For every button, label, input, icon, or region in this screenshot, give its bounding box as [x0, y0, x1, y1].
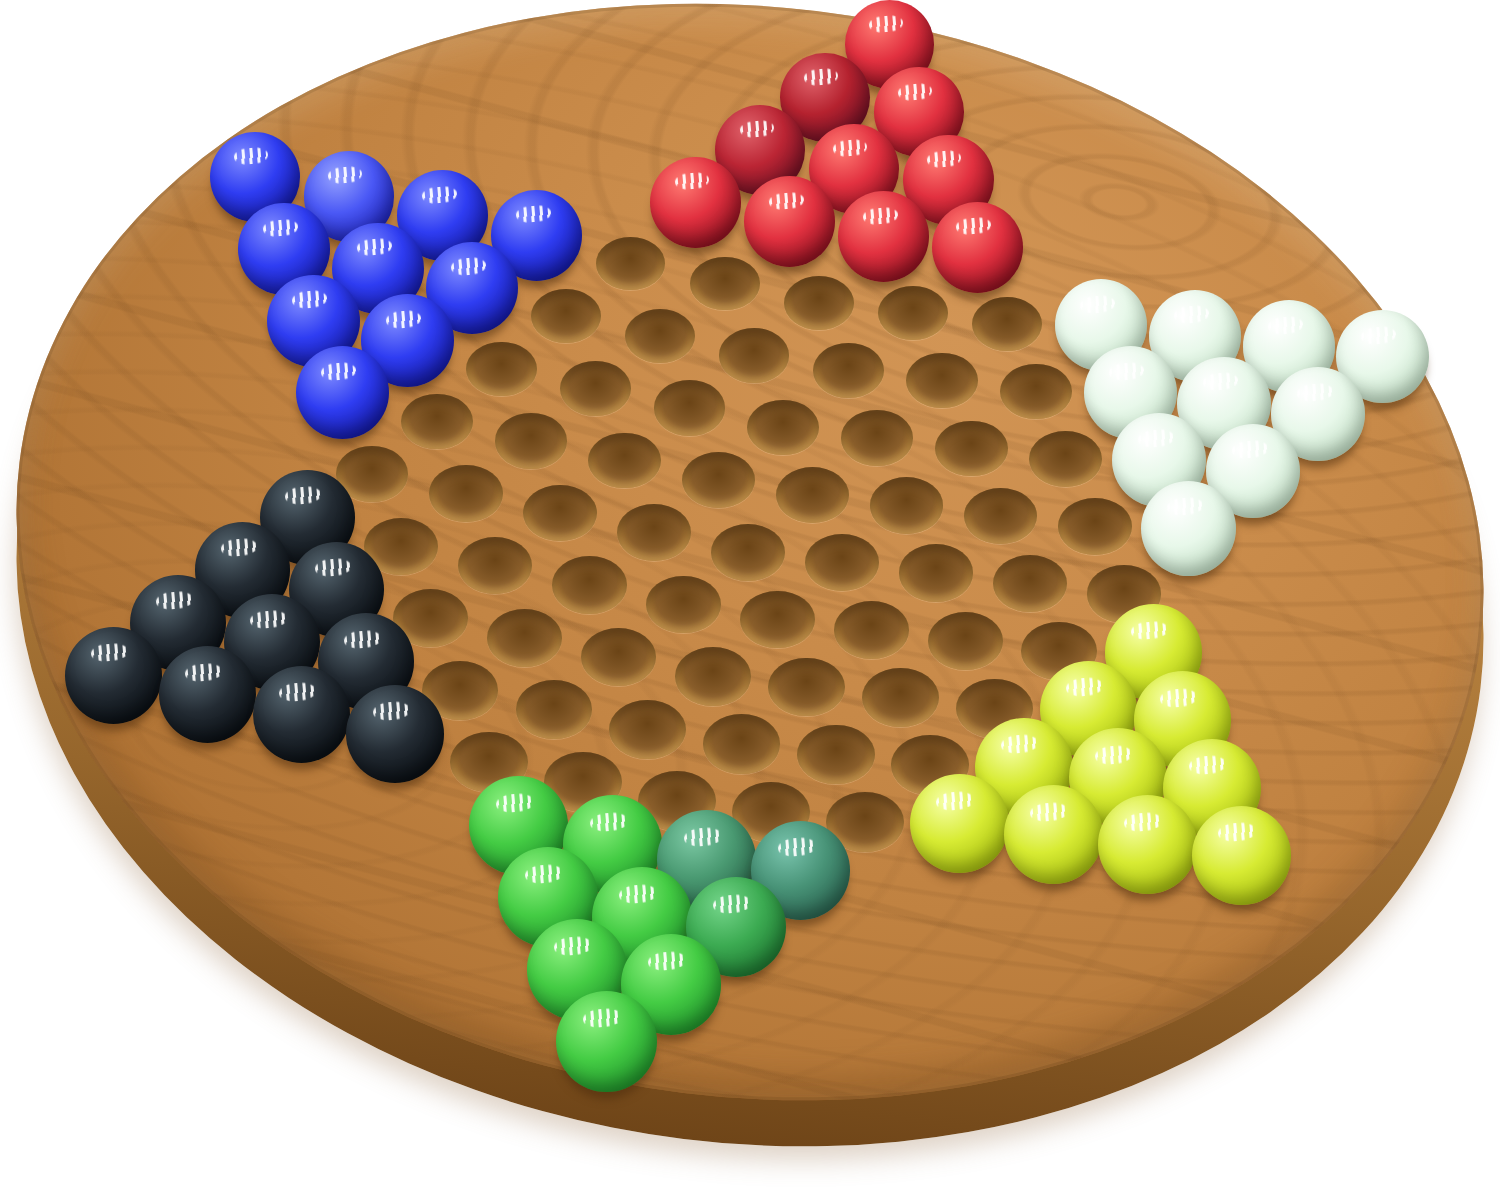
red-marble-r4-c1[interactable]	[650, 157, 741, 248]
yellow-marble-r13-c10[interactable]	[910, 774, 1009, 873]
green-marble-r17-c1[interactable]	[556, 991, 658, 1093]
red-marble-r4-c3[interactable]	[838, 191, 929, 282]
black-marble-r13-c4[interactable]	[346, 685, 444, 783]
black-marble-r13-c3[interactable]	[253, 666, 350, 763]
black-marble-r13-c2[interactable]	[159, 646, 256, 743]
red-marble-r4-c2[interactable]	[744, 176, 835, 267]
yellow-marble-r13-c12[interactable]	[1098, 795, 1197, 894]
red-marble-r4-c4[interactable]	[932, 202, 1023, 293]
white-marble-r8-c10[interactable]	[1141, 481, 1236, 576]
photo-stage	[0, 0, 1500, 1191]
yellow-marble-r13-c13[interactable]	[1192, 806, 1291, 905]
blue-marble-r8-c1[interactable]	[296, 346, 389, 439]
marbles-layer	[0, 0, 1500, 1191]
yellow-marble-r13-c11[interactable]	[1004, 785, 1103, 884]
black-marble-r13-c1[interactable]	[65, 627, 162, 724]
